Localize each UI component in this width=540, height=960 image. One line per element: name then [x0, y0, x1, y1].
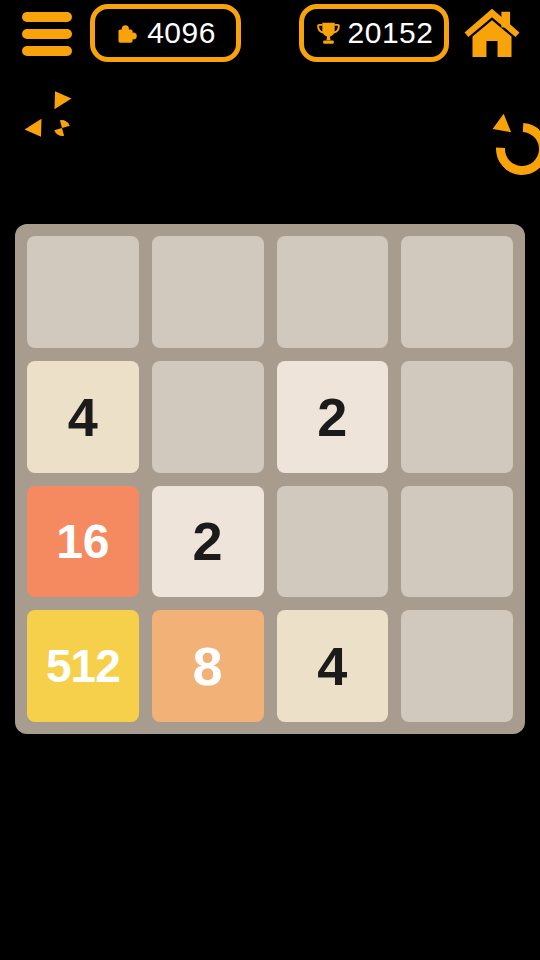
- hamburger-bar: [22, 29, 72, 39]
- home-icon: [463, 5, 521, 58]
- app-screen: 4096 20152: [0, 0, 540, 960]
- puzzle-piece-icon: [115, 20, 141, 46]
- tile-2: 2: [152, 486, 264, 598]
- sync-arrowhead-bottom: [47, 86, 72, 109]
- tile-512: 512: [27, 610, 139, 722]
- tile-2: 2: [277, 361, 389, 473]
- board[interactable]: 4216251284: [15, 224, 525, 734]
- sync-ring: [51, 117, 73, 139]
- cell-empty-r1c3: [277, 236, 389, 348]
- cell-empty-r1c4: [401, 236, 513, 348]
- tile-4: 4: [277, 610, 389, 722]
- menu-button[interactable]: [22, 12, 72, 56]
- cell-empty-r2c4: [401, 361, 513, 473]
- home-button[interactable]: [462, 5, 522, 60]
- shuffle-button[interactable]: [19, 85, 77, 143]
- tile-4: 4: [27, 361, 139, 473]
- hamburger-bar: [22, 12, 72, 22]
- goal-value: 4096: [147, 16, 216, 50]
- cell-empty-r1c2: [152, 236, 264, 348]
- score-badge: 20152: [299, 4, 449, 62]
- cell-empty-r3c4: [401, 486, 513, 598]
- cell-empty-r3c3: [277, 486, 389, 598]
- tile-16: 16: [27, 486, 139, 598]
- sync-arrowhead-top: [25, 119, 50, 142]
- cell-empty-r1c1: [27, 236, 139, 348]
- hamburger-bar: [22, 46, 72, 56]
- score-value: 20152: [348, 16, 434, 50]
- goal-badge: 4096: [90, 4, 241, 62]
- undo-button[interactable]: [460, 83, 522, 147]
- tile-8: 8: [152, 610, 264, 722]
- trophy-icon: [315, 20, 342, 47]
- cell-empty-r4c4: [401, 610, 513, 722]
- cell-empty-r2c2: [152, 361, 264, 473]
